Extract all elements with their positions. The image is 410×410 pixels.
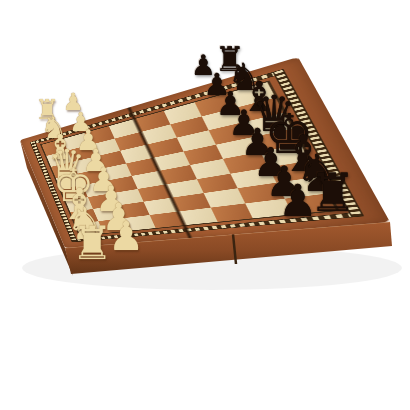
chess-set-photo: ♜♞♝♛♚♝♞♜♟♟♟♟♟♟♟♟♟♟♟♟♟♟♟♟♜♞♝♛♚♝♞♜	[0, 0, 410, 410]
square-h8	[284, 193, 336, 214]
